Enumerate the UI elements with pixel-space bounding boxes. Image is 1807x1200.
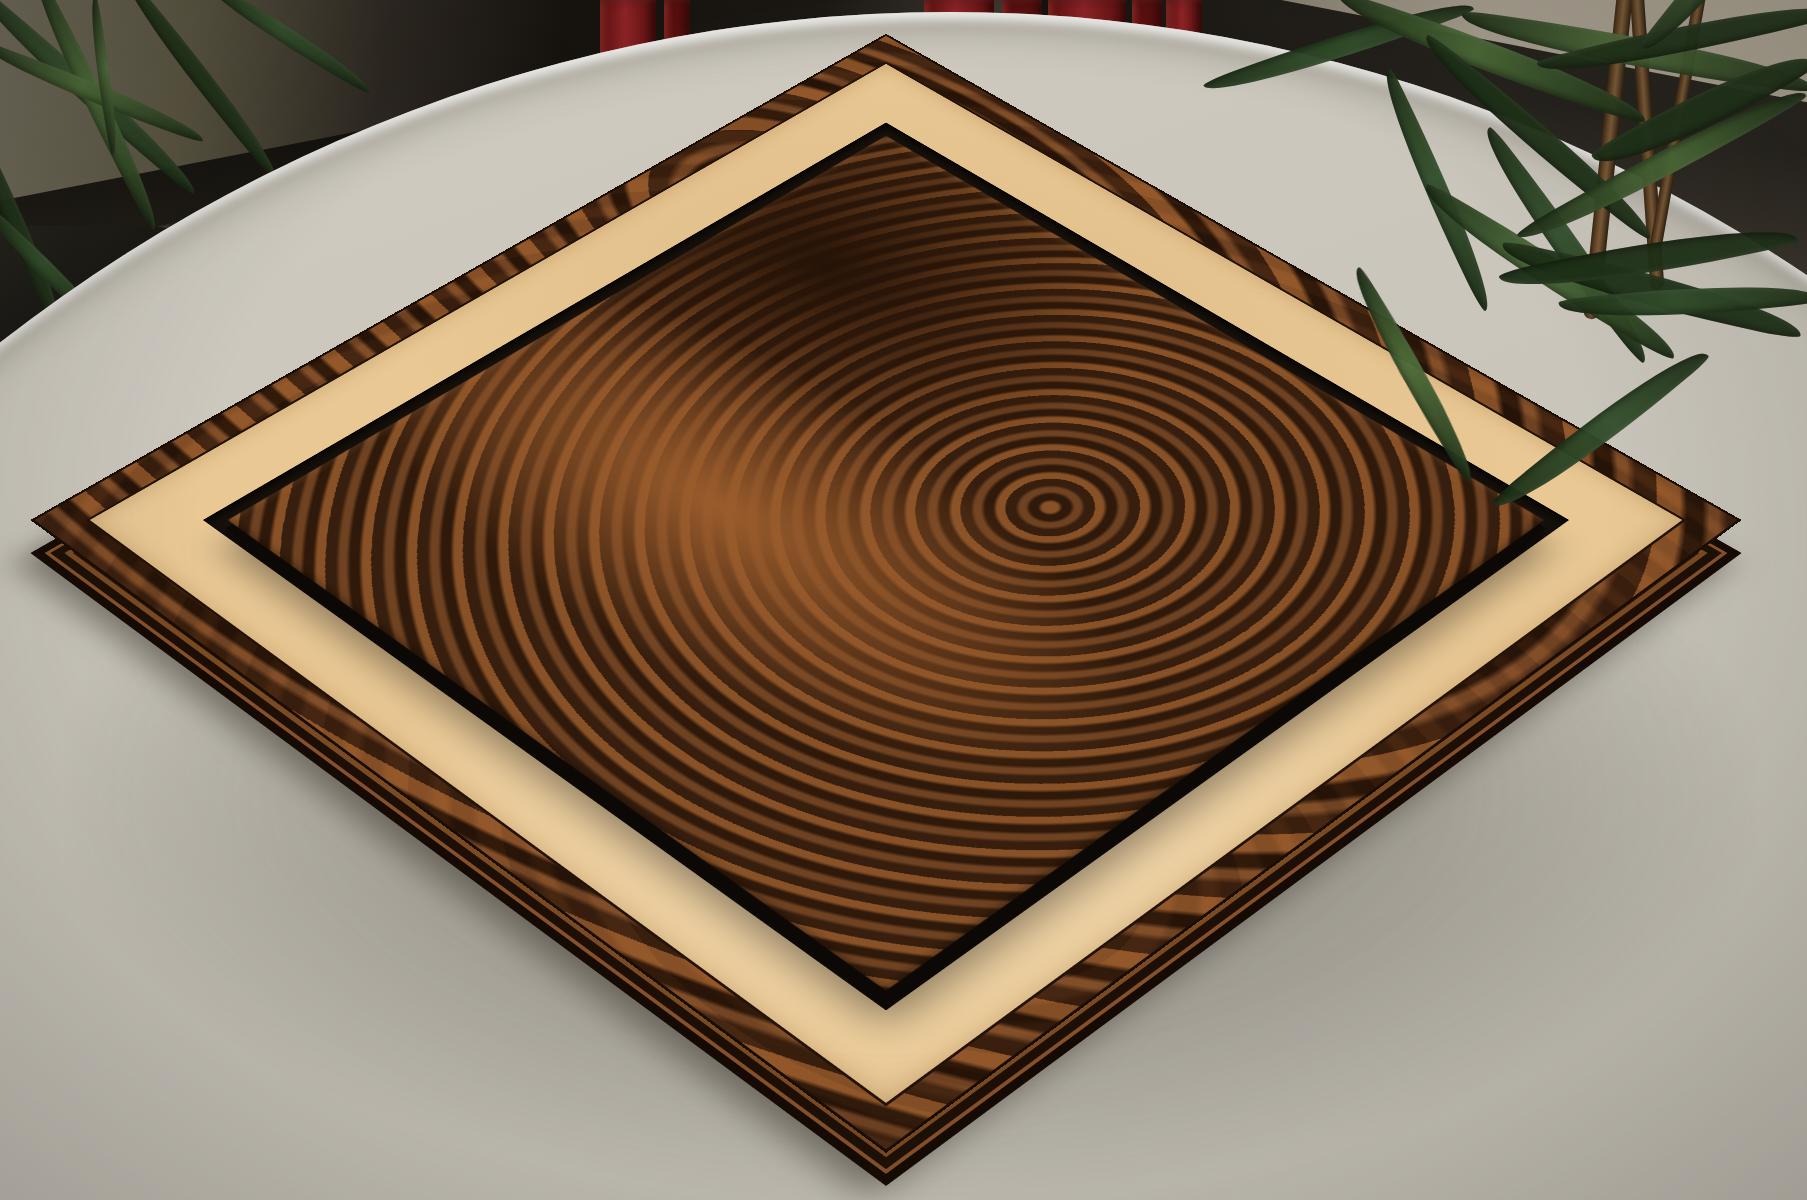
- leaf-frond: [195, 0, 378, 95]
- board-shadow: [70, 430, 1750, 1190]
- photo-scene: [0, 0, 1807, 1200]
